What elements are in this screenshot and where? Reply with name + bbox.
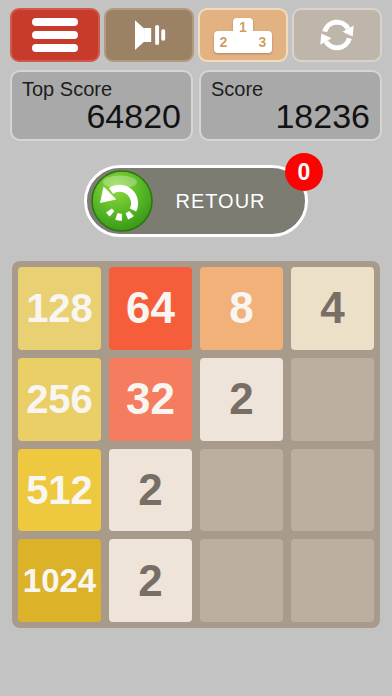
- top-score-value: 64820: [86, 97, 181, 136]
- hamburger-menu-icon: [32, 18, 78, 52]
- undo-button[interactable]: RETOUR: [84, 165, 308, 237]
- refresh-arrows-icon: [314, 13, 360, 57]
- tile-64: 64: [109, 267, 192, 350]
- tile-32: 32: [109, 358, 192, 441]
- top-score-box: Top Score 64820: [10, 70, 193, 141]
- undo-area: RETOUR 0: [84, 165, 308, 237]
- tile-2: 2: [200, 358, 283, 441]
- podium-second-place: 2: [214, 31, 233, 53]
- tile-1024: 1024: [18, 539, 101, 622]
- current-score-box: Score 18236: [199, 70, 382, 141]
- menu-button[interactable]: [10, 8, 100, 62]
- tile-4: 4: [291, 267, 374, 350]
- restart-button[interactable]: [292, 8, 382, 62]
- empty-cell: [291, 449, 374, 532]
- podium-third-place: 3: [253, 31, 272, 53]
- empty-cell: [291, 358, 374, 441]
- app-2048: { "game": "2048 (4x4)", "position": "128…: [0, 0, 392, 696]
- undo-count-badge: 0: [285, 153, 323, 191]
- toolbar: 2 1 3: [0, 0, 392, 62]
- empty-cell: [200, 449, 283, 532]
- tile-2: 2: [109, 539, 192, 622]
- empty-cell: [200, 539, 283, 622]
- undo-arrow-icon: [90, 169, 154, 233]
- score-panel: Top Score 64820 Score 18236: [10, 70, 382, 141]
- tile-128: 128: [18, 267, 101, 350]
- sound-button[interactable]: [104, 8, 194, 62]
- leaderboard-button[interactable]: 2 1 3: [198, 8, 288, 62]
- speaker-volume-icon: [126, 14, 172, 56]
- tile-256: 256: [18, 358, 101, 441]
- empty-cell: [291, 539, 374, 622]
- podium-123-icon: 2 1 3: [214, 18, 272, 53]
- podium-first-place: 1: [233, 18, 253, 53]
- current-score-value: 18236: [275, 97, 370, 136]
- board[interactable]: 1286484256322512210242: [12, 261, 380, 628]
- tile-512: 512: [18, 449, 101, 532]
- undo-button-label: RETOUR: [154, 190, 287, 213]
- tile-8: 8: [200, 267, 283, 350]
- tile-2: 2: [109, 449, 192, 532]
